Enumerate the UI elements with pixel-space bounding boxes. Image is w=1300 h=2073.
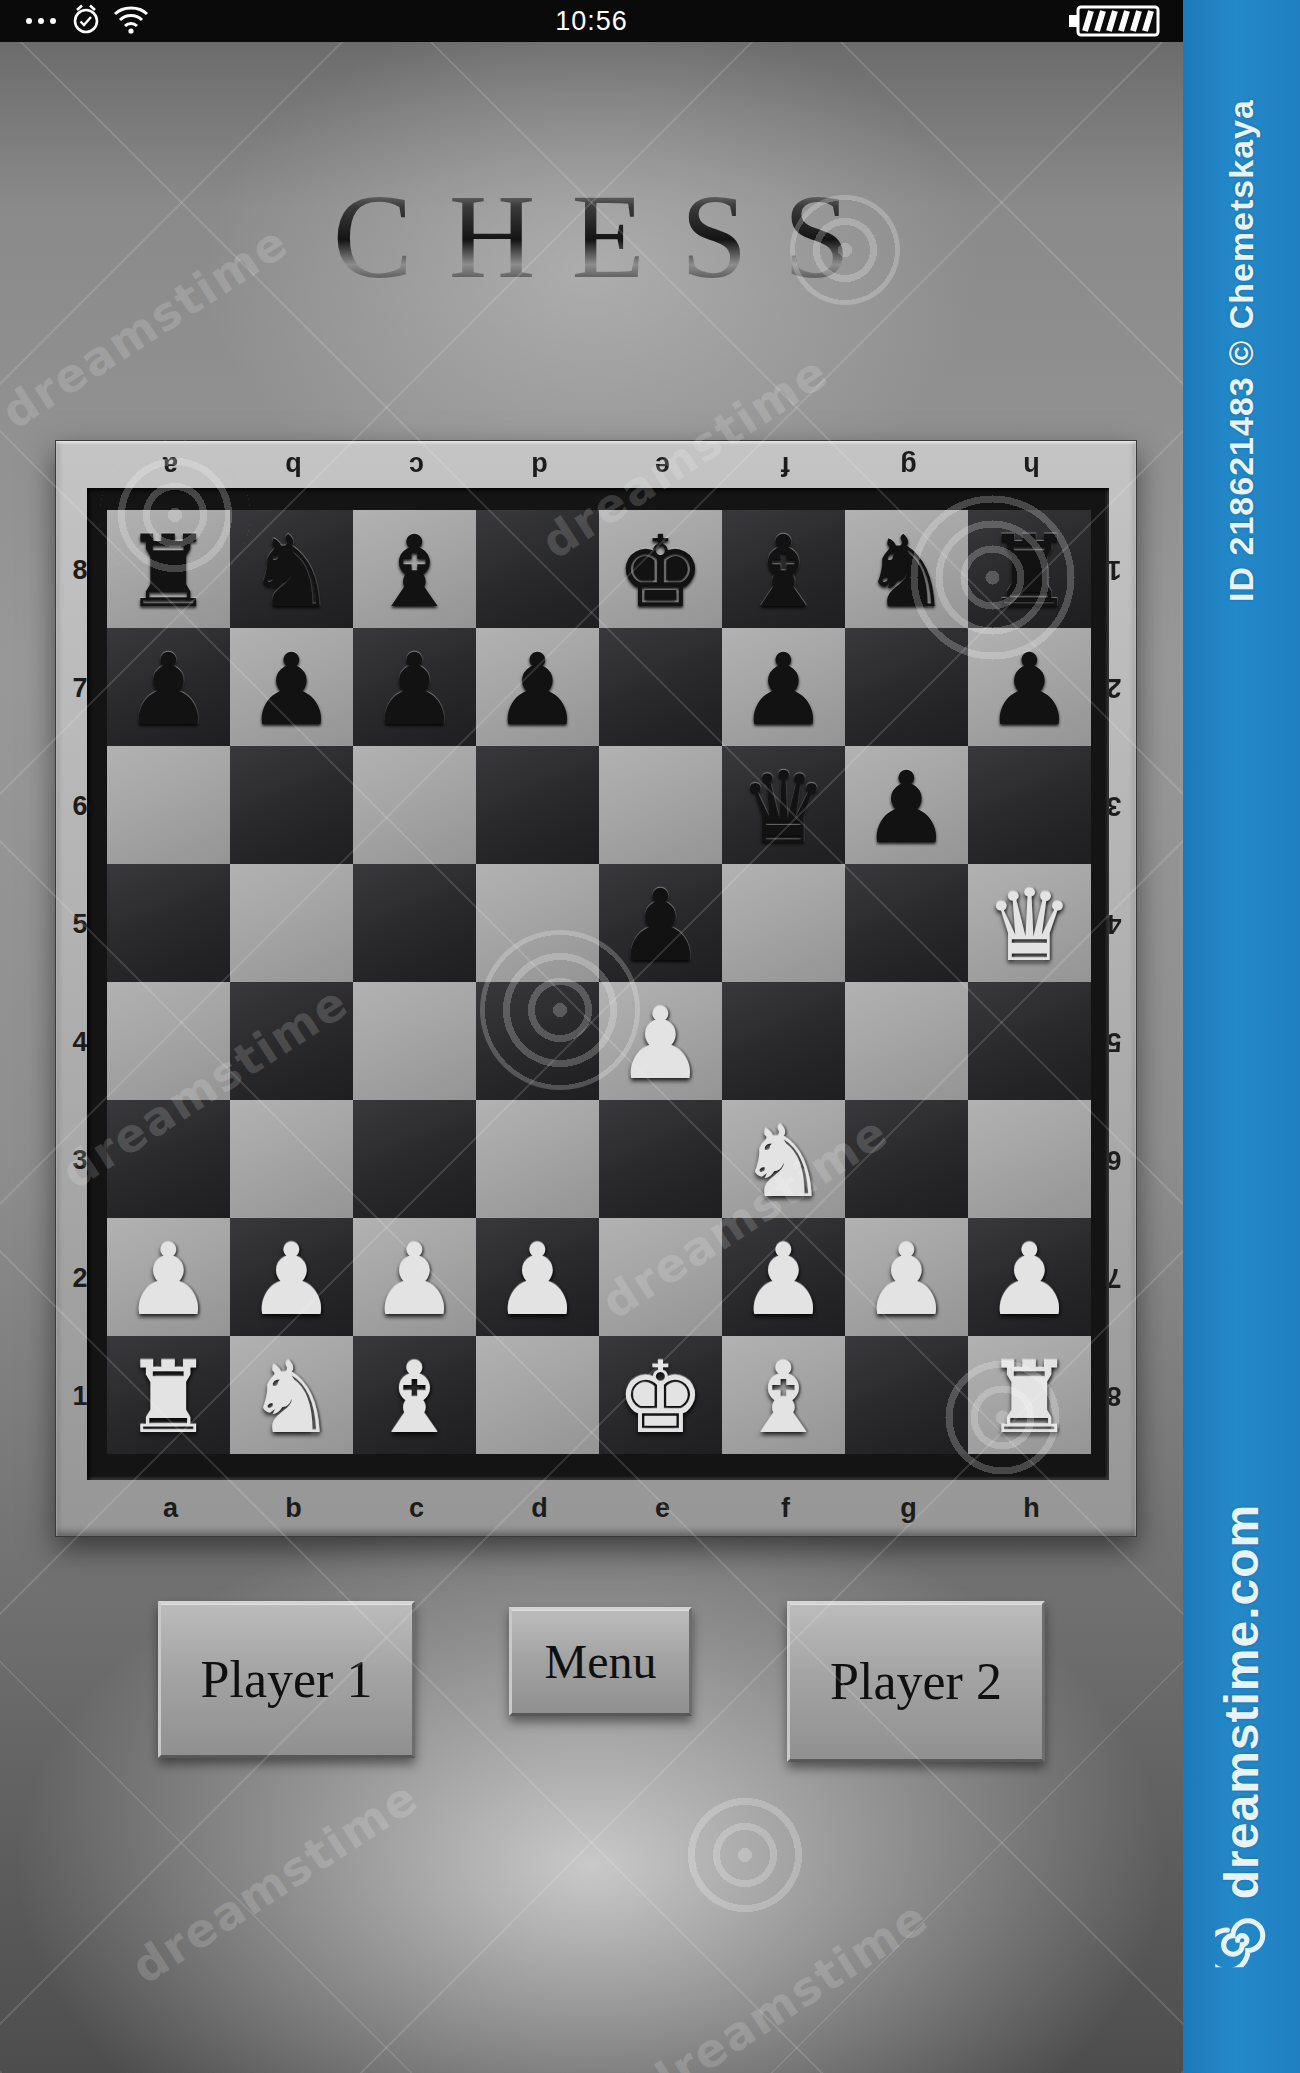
square-c4[interactable] <box>353 982 476 1100</box>
piece-wp-b2[interactable]: ♟ <box>247 1224 336 1336</box>
status-left-icons <box>26 0 150 42</box>
square-g5[interactable] <box>845 864 968 982</box>
square-a1[interactable]: ♜ <box>107 1336 230 1454</box>
piece-bp-g6[interactable]: ♟ <box>862 752 951 864</box>
square-a7[interactable]: ♟ <box>107 628 230 746</box>
square-d5[interactable] <box>476 864 599 982</box>
watermark-sidebar: ID 218621483 © Chemetskaya dreamstime.co… <box>1183 0 1300 2073</box>
square-d1[interactable] <box>476 1336 599 1454</box>
square-d2[interactable]: ♟ <box>476 1218 599 1336</box>
piece-wp-d2[interactable]: ♟ <box>493 1224 582 1336</box>
square-g3[interactable] <box>845 1100 968 1218</box>
status-time: 10:56 <box>555 0 628 42</box>
square-b2[interactable]: ♟ <box>230 1218 353 1336</box>
square-e8[interactable]: ♚ <box>599 510 722 628</box>
square-g7[interactable] <box>845 628 968 746</box>
coord-label-f: f <box>724 1485 847 1531</box>
square-a4[interactable] <box>107 982 230 1100</box>
piece-br-h8[interactable]: ♜ <box>985 516 1074 628</box>
status-bar: 10:56 <box>0 0 1183 42</box>
square-b4[interactable] <box>230 982 353 1100</box>
square-a6[interactable] <box>107 746 230 864</box>
square-a5[interactable] <box>107 864 230 982</box>
piece-bb-f8[interactable]: ♝ <box>739 516 828 628</box>
watermark-text: dreamstime <box>632 1889 938 2073</box>
square-f1[interactable]: ♝ <box>722 1336 845 1454</box>
square-e1[interactable]: ♚ <box>599 1336 722 1454</box>
square-c3[interactable] <box>353 1100 476 1218</box>
chess-board: abcdefgh abcdefgh 87654321 12345678 ♜♞♝♚… <box>55 440 1137 1537</box>
square-e3[interactable] <box>599 1100 722 1218</box>
file-labels-top: abcdefgh <box>109 445 1093 487</box>
square-f2[interactable]: ♟ <box>722 1218 845 1336</box>
square-h2[interactable]: ♟ <box>968 1218 1091 1336</box>
piece-wp-h2[interactable]: ♟ <box>985 1224 1074 1336</box>
piece-bp-f7[interactable]: ♟ <box>739 634 828 746</box>
square-h4[interactable] <box>968 982 1091 1100</box>
piece-bp-b7[interactable]: ♟ <box>247 634 336 746</box>
piece-br-a8[interactable]: ♜ <box>124 516 213 628</box>
more-dots-icon <box>26 18 56 24</box>
square-d7[interactable]: ♟ <box>476 628 599 746</box>
square-f8[interactable]: ♝ <box>722 510 845 628</box>
player2-button[interactable]: Player 2 <box>787 1601 1045 1762</box>
file-labels-bottom: abcdefgh <box>109 1485 1093 1531</box>
square-g6[interactable]: ♟ <box>845 746 968 864</box>
square-c7[interactable]: ♟ <box>353 628 476 746</box>
square-h6[interactable] <box>968 746 1091 864</box>
watermark-spiral-icon <box>680 1790 810 1920</box>
coord-label-a: a <box>109 445 232 487</box>
piece-bn-b8[interactable]: ♞ <box>247 516 336 628</box>
piece-wp-e4[interactable]: ♟ <box>616 988 705 1100</box>
coord-label-d: d <box>478 1485 601 1531</box>
square-h8[interactable]: ♜ <box>968 510 1091 628</box>
square-e4[interactable]: ♟ <box>599 982 722 1100</box>
watermark-text: dreamstime <box>122 1769 428 1994</box>
piece-wp-f2[interactable]: ♟ <box>739 1224 828 1336</box>
piece-bn-g8[interactable]: ♞ <box>862 516 951 628</box>
square-f4[interactable] <box>722 982 845 1100</box>
coord-label-c: c <box>355 445 478 487</box>
app-title: CHESS <box>0 168 1183 306</box>
square-h7[interactable]: ♟ <box>968 628 1091 746</box>
square-b6[interactable] <box>230 746 353 864</box>
coord-label-b: b <box>232 445 355 487</box>
square-h3[interactable] <box>968 1100 1091 1218</box>
square-g1[interactable] <box>845 1336 968 1454</box>
square-e5[interactable]: ♟ <box>599 864 722 982</box>
piece-bp-e5[interactable]: ♟ <box>616 870 705 982</box>
square-b3[interactable] <box>230 1100 353 1218</box>
square-e7[interactable] <box>599 628 722 746</box>
square-a8[interactable]: ♜ <box>107 510 230 628</box>
board-frame: ♜♞♝♚♝♞♜♟♟♟♟♟♟♛♟♟♛♟♞♟♟♟♟♟♟♟♜♞♝♚♝♜ <box>87 488 1109 1480</box>
watermark-site-text: dreamstime.com <box>1214 1503 1269 1899</box>
square-a2[interactable]: ♟ <box>107 1218 230 1336</box>
coord-label-f: f <box>724 445 847 487</box>
board-grid: ♜♞♝♚♝♞♜♟♟♟♟♟♟♛♟♟♛♟♞♟♟♟♟♟♟♟♜♞♝♚♝♜ <box>107 510 1091 1454</box>
coord-label-c: c <box>355 1485 478 1531</box>
coord-label-e: e <box>601 445 724 487</box>
menu-button[interactable]: Menu <box>509 1607 692 1716</box>
piece-wr-h1[interactable]: ♜ <box>985 1342 1074 1454</box>
piece-bp-a7[interactable]: ♟ <box>124 634 213 746</box>
piece-wb-f1[interactable]: ♝ <box>739 1342 828 1454</box>
piece-bq-f6[interactable]: ♛ <box>739 752 828 864</box>
square-b1[interactable]: ♞ <box>230 1336 353 1454</box>
square-g2[interactable]: ♟ <box>845 1218 968 1336</box>
square-a3[interactable] <box>107 1100 230 1218</box>
square-e2[interactable] <box>599 1218 722 1336</box>
piece-wn-b1[interactable]: ♞ <box>247 1342 336 1454</box>
square-g8[interactable]: ♞ <box>845 510 968 628</box>
dreamstime-logo-icon <box>1215 1913 1269 1967</box>
square-b8[interactable]: ♞ <box>230 510 353 628</box>
wifi-icon <box>112 4 150 38</box>
square-c1[interactable]: ♝ <box>353 1336 476 1454</box>
square-d8[interactable] <box>476 510 599 628</box>
piece-wr-a1[interactable]: ♜ <box>124 1342 213 1454</box>
square-c6[interactable] <box>353 746 476 864</box>
square-c5[interactable] <box>353 864 476 982</box>
square-d6[interactable] <box>476 746 599 864</box>
piece-wp-a2[interactable]: ♟ <box>124 1224 213 1336</box>
piece-bb-c8[interactable]: ♝ <box>370 516 459 628</box>
piece-wp-g2[interactable]: ♟ <box>862 1224 951 1336</box>
square-d4[interactable] <box>476 982 599 1100</box>
piece-wp-c2[interactable]: ♟ <box>370 1224 459 1336</box>
square-h1[interactable]: ♜ <box>968 1336 1091 1454</box>
square-g4[interactable] <box>845 982 968 1100</box>
piece-bp-h7[interactable]: ♟ <box>985 634 1074 746</box>
coord-label-h: h <box>970 445 1093 487</box>
piece-bk-e8[interactable]: ♚ <box>616 516 705 628</box>
piece-bp-c7[interactable]: ♟ <box>370 634 459 746</box>
square-f6[interactable]: ♛ <box>722 746 845 864</box>
coord-label-d: d <box>478 445 601 487</box>
square-f7[interactable]: ♟ <box>722 628 845 746</box>
piece-wq-h5[interactable]: ♛ <box>985 870 1074 982</box>
piece-wn-f3[interactable]: ♞ <box>739 1106 828 1218</box>
piece-wk-e1[interactable]: ♚ <box>616 1342 705 1454</box>
square-f3[interactable]: ♞ <box>722 1100 845 1218</box>
square-h5[interactable]: ♛ <box>968 864 1091 982</box>
square-b7[interactable]: ♟ <box>230 628 353 746</box>
square-e6[interactable] <box>599 746 722 864</box>
stage: 10:56 CHESS abcdefgh abcdefgh 87654321 1… <box>0 0 1300 2073</box>
coord-label-b: b <box>232 1485 355 1531</box>
alarm-clock-icon <box>70 2 102 40</box>
square-f5[interactable] <box>722 864 845 982</box>
battery-icon <box>1069 4 1161 42</box>
phone-screen: 10:56 CHESS abcdefgh abcdefgh 87654321 1… <box>0 0 1183 2073</box>
coord-label-a: a <box>109 1485 232 1531</box>
square-b5[interactable] <box>230 864 353 982</box>
coord-label-g: g <box>847 1485 970 1531</box>
square-d3[interactable] <box>476 1100 599 1218</box>
piece-bp-d7[interactable]: ♟ <box>493 634 582 746</box>
coord-label-g: g <box>847 445 970 487</box>
square-c8[interactable]: ♝ <box>353 510 476 628</box>
coord-label-e: e <box>601 1485 724 1531</box>
watermark-id-text: ID 218621483 © Chemetskaya <box>1222 99 1261 602</box>
square-c2[interactable]: ♟ <box>353 1218 476 1336</box>
player1-button[interactable]: Player 1 <box>158 1601 415 1758</box>
coord-label-h: h <box>970 1485 1093 1531</box>
piece-wb-c1[interactable]: ♝ <box>370 1342 459 1454</box>
